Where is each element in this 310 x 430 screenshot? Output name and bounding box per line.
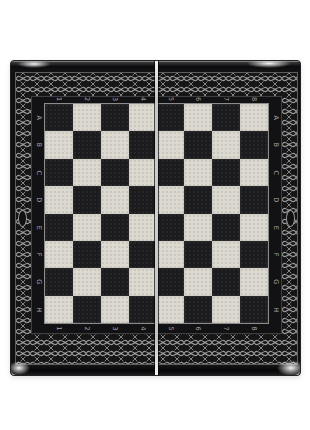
square-D4 [129,186,157,213]
square-G2 [73,268,101,295]
square-A7 [212,104,240,131]
square-A3 [101,104,129,131]
square-G8 [240,268,268,295]
square-E5 [157,214,185,241]
square-C6 [184,159,212,186]
square-B4 [129,131,157,158]
square-E2 [73,214,101,241]
square-G3 [101,268,129,295]
square-H3 [101,296,129,323]
square-G6 [184,268,212,295]
square-B6 [184,131,212,158]
square-E7 [212,214,240,241]
square-A2 [73,104,101,131]
square-G1 [45,268,73,295]
border-oval-motif-right [286,210,295,227]
square-A5 [157,104,185,131]
square-F4 [129,241,157,268]
square-G7 [212,268,240,295]
square-F8 [240,241,268,268]
square-D8 [240,186,268,213]
square-D3 [101,186,129,213]
square-F1 [45,241,73,268]
square-C5 [157,159,185,186]
square-D6 [184,186,212,213]
square-G4 [129,268,157,295]
square-H6 [184,296,212,323]
border-oval-motif-left [18,210,27,227]
square-C2 [73,159,101,186]
square-D2 [73,186,101,213]
square-C3 [101,159,129,186]
square-E6 [184,214,212,241]
square-C4 [129,159,157,186]
square-H1 [45,296,73,323]
square-D1 [45,186,73,213]
square-C8 [240,159,268,186]
square-H7 [212,296,240,323]
square-B1 [45,131,73,158]
square-B8 [240,131,268,158]
square-G5 [157,268,185,295]
square-B7 [212,131,240,158]
product-photo: 12345678 12345678 ABCDEFGH ABCDEFGH [0,0,310,430]
square-E3 [101,214,129,241]
square-C1 [45,159,73,186]
square-A1 [45,104,73,131]
square-H5 [157,296,185,323]
square-E1 [45,214,73,241]
square-F7 [212,241,240,268]
square-H4 [129,296,157,323]
square-A4 [129,104,157,131]
square-F2 [73,241,101,268]
glare-top-left [17,60,51,68]
square-H2 [73,296,101,323]
square-F3 [101,241,129,268]
square-A8 [240,104,268,131]
square-C7 [212,159,240,186]
glare-bottom-right [277,360,301,376]
square-B3 [101,131,129,158]
glare-bottom-left [10,361,30,375]
square-D5 [157,186,185,213]
square-F5 [157,241,185,268]
square-B5 [157,131,185,158]
square-E8 [240,214,268,241]
square-E4 [129,214,157,241]
glare-top-right [247,60,291,68]
square-D7 [212,186,240,213]
square-B2 [73,131,101,158]
fold-seam [155,61,158,376]
square-F6 [184,241,212,268]
chess-board: 12345678 12345678 ABCDEFGH ABCDEFGH [10,60,301,376]
square-A6 [184,104,212,131]
square-H8 [240,296,268,323]
